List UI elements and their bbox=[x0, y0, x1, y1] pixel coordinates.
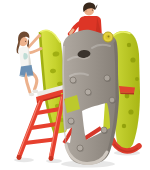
girl-shoe-back bbox=[29, 93, 35, 96]
girl-shoe-front bbox=[32, 90, 38, 94]
boy-hand bbox=[71, 30, 74, 34]
boy-eye bbox=[92, 9, 93, 10]
girl-hand-upper bbox=[38, 34, 41, 37]
yellow-hold bbox=[103, 32, 113, 42]
ladder-foot-left bbox=[17, 155, 22, 160]
boy-ear bbox=[85, 10, 87, 12]
girl-hand-lower bbox=[39, 47, 42, 50]
product-photo bbox=[0, 0, 150, 170]
girl-eye bbox=[25, 41, 26, 42]
ladder-foot-right bbox=[49, 156, 54, 161]
climbing-tower-illustration bbox=[0, 0, 150, 170]
